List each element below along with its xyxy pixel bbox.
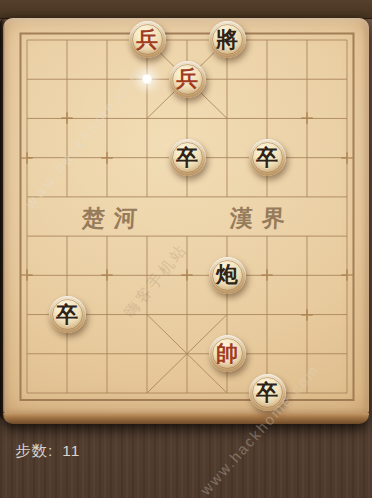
status-bar: 步数:11 [15,441,80,462]
piece-black-general[interactable]: 將 [209,21,246,58]
xiangqi-game-screen: 楚河 漢界 兵將兵卒卒炮卒帥卒 www.hackhome.com www.hac… [0,0,372,498]
piece-black-soldier[interactable]: 卒 [249,139,286,176]
piece-red-general[interactable]: 帥 [209,335,246,372]
left-edge-shadow [0,18,5,420]
board-front-edge [3,413,369,424]
top-bar [0,0,372,19]
piece-red-soldier[interactable]: 兵 [129,21,166,58]
piece-black-cannon[interactable]: 炮 [209,257,246,294]
board-grid[interactable]: 兵將兵卒卒炮卒帥卒 [7,20,367,412]
piece-red-soldier[interactable]: 兵 [169,61,206,98]
move-count-value: 11 [62,442,80,459]
piece-black-soldier[interactable]: 卒 [169,139,206,176]
move-highlight-dot [142,74,153,85]
move-count-label: 步数: [15,442,53,459]
piece-black-soldier[interactable]: 卒 [49,296,86,333]
piece-black-soldier[interactable]: 卒 [249,374,286,411]
